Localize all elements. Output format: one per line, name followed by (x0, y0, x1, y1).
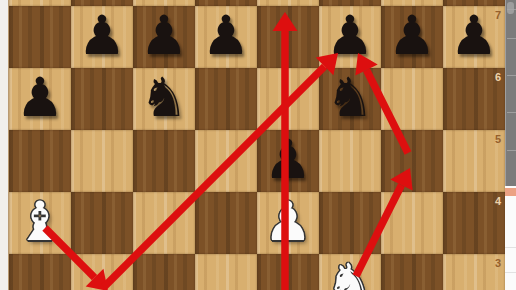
square-a6[interactable]: ♟ (9, 68, 71, 130)
square-a5[interactable] (9, 130, 71, 192)
scrollbar-thumb[interactable] (507, 2, 514, 14)
right-side-panel (505, 0, 516, 290)
panel-row-separator (507, 38, 516, 39)
square-e3[interactable] (257, 254, 319, 290)
square-g7[interactable]: ♟ (381, 6, 443, 68)
rank-label-6: 6 (487, 71, 501, 83)
square-g3[interactable] (381, 254, 443, 290)
black-pawn-c7: ♟ (133, 3, 195, 69)
rank-label-4: 4 (487, 195, 501, 207)
square-a3[interactable] (9, 254, 71, 290)
square-f6[interactable]: ♞ (319, 68, 381, 130)
square-b7[interactable]: ♟ (71, 6, 133, 68)
white-bishop-a4: ♝ (9, 189, 71, 255)
white-knight-f3: ♞ (319, 251, 381, 290)
right-panel-accent-line (505, 188, 516, 196)
square-f7[interactable]: ♟ (319, 6, 381, 68)
rank-label-7: 7 (487, 9, 501, 21)
black-knight-c6: ♞ (133, 65, 195, 131)
square-e6[interactable] (257, 68, 319, 130)
square-b6[interactable] (71, 68, 133, 130)
square-a4[interactable]: ♝ (9, 192, 71, 254)
panel-row-separator (507, 75, 516, 76)
rank-label-5: 5 (487, 133, 501, 145)
square-c6[interactable]: ♞ (133, 68, 195, 130)
chess-analysis-screenshot: ♜♝♛♚♝♜♟♟♟♟♟♟♟♞♞♟♝♟♞♟♟♟♟♟♟♟♜♞♝♛♚♜76543 (0, 0, 516, 290)
black-pawn-g7: ♟ (381, 3, 443, 69)
black-pawn-b7: ♟ (71, 3, 133, 69)
rank-label-3: 3 (487, 257, 501, 269)
square-d7[interactable]: ♟ (195, 6, 257, 68)
square-f4[interactable] (319, 192, 381, 254)
square-e5[interactable]: ♟ (257, 130, 319, 192)
panel-row-separator (507, 9, 516, 10)
black-pawn-d7: ♟ (195, 3, 257, 69)
square-f5[interactable] (319, 130, 381, 192)
square-d5[interactable] (195, 130, 257, 192)
square-g4[interactable] (381, 192, 443, 254)
square-c5[interactable] (133, 130, 195, 192)
right-panel-gray-section (505, 0, 516, 186)
square-e7[interactable] (257, 6, 319, 68)
square-e4[interactable]: ♟ (257, 192, 319, 254)
square-c4[interactable] (133, 192, 195, 254)
chess-board[interactable]: ♜♝♛♚♝♜♟♟♟♟♟♟♟♞♞♟♝♟♞♟♟♟♟♟♟♟♜♞♝♛♚♜76543 (9, 0, 505, 290)
panel-row-separator (507, 150, 516, 151)
black-pawn-e5: ♟ (257, 127, 319, 193)
panel-light-separator (505, 272, 516, 273)
black-pawn-f7: ♟ (319, 3, 381, 69)
square-a7[interactable] (9, 6, 71, 68)
square-f3[interactable]: ♞ (319, 254, 381, 290)
square-g5[interactable] (381, 130, 443, 192)
square-d6[interactable] (195, 68, 257, 130)
board-viewport: ♜♝♛♚♝♜♟♟♟♟♟♟♟♞♞♟♝♟♞♟♟♟♟♟♟♟♜♞♝♛♚♜76543 (9, 0, 505, 290)
white-pawn-e4: ♟ (257, 189, 319, 255)
square-g6[interactable] (381, 68, 443, 130)
square-d3[interactable] (195, 254, 257, 290)
left-page-strip (0, 0, 9, 290)
panel-row-separator (507, 112, 516, 113)
black-knight-f6: ♞ (319, 65, 381, 131)
square-b5[interactable] (71, 130, 133, 192)
square-b3[interactable] (71, 254, 133, 290)
panel-light-separator (505, 247, 516, 248)
square-c3[interactable] (133, 254, 195, 290)
square-c7[interactable]: ♟ (133, 6, 195, 68)
square-d4[interactable] (195, 192, 257, 254)
black-pawn-a6: ♟ (9, 65, 71, 131)
square-b4[interactable] (71, 192, 133, 254)
